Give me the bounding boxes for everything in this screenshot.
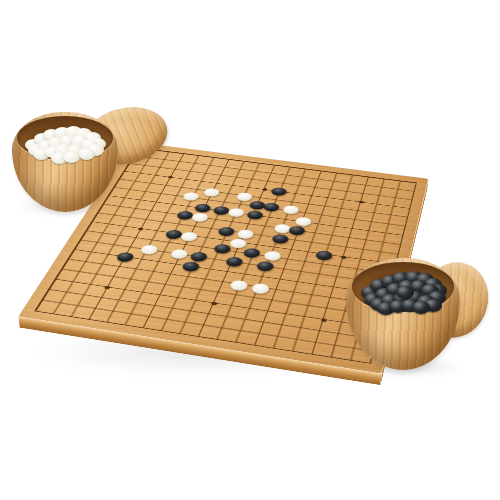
white-stone[interactable] xyxy=(202,188,220,198)
black-stone[interactable] xyxy=(246,210,265,220)
white-stone[interactable] xyxy=(295,216,313,226)
white-stone[interactable] xyxy=(282,205,300,215)
black-stone[interactable] xyxy=(315,250,334,261)
white-stone[interactable] xyxy=(250,282,270,294)
white-stone[interactable] xyxy=(236,229,255,240)
black-stone-in-bowl xyxy=(412,301,430,314)
white-stone[interactable] xyxy=(190,212,209,222)
star-point xyxy=(167,176,173,179)
star-point xyxy=(341,255,347,259)
goban-product-photo xyxy=(0,0,500,500)
black-stone[interactable] xyxy=(115,252,136,263)
black-stone[interactable] xyxy=(242,248,262,259)
white-stone[interactable] xyxy=(169,248,189,259)
black-stones-pile xyxy=(359,267,447,315)
black-stone[interactable] xyxy=(255,260,275,271)
star-point xyxy=(262,188,268,191)
black-stone[interactable] xyxy=(216,226,235,237)
star-point xyxy=(138,227,144,230)
black-stone[interactable] xyxy=(288,225,307,236)
black-stone[interactable] xyxy=(181,261,201,272)
black-stone[interactable] xyxy=(189,251,209,262)
white-stone-in-bowl xyxy=(78,148,95,160)
star-point xyxy=(321,318,327,322)
white-stones-pile xyxy=(25,122,105,162)
white-stone[interactable] xyxy=(182,192,201,202)
star-point xyxy=(210,302,217,306)
white-stone[interactable] xyxy=(235,192,253,202)
star-point xyxy=(104,286,111,290)
star-point xyxy=(359,200,364,203)
black-stone[interactable] xyxy=(262,202,280,212)
black-stone[interactable] xyxy=(193,203,212,213)
black-stone[interactable] xyxy=(212,244,232,255)
white-stone[interactable] xyxy=(229,238,248,249)
black-stone[interactable] xyxy=(224,256,244,267)
black-stone[interactable] xyxy=(270,187,288,197)
white-stone[interactable] xyxy=(139,244,159,255)
white-stone-in-bowl xyxy=(63,151,80,163)
white-stone[interactable] xyxy=(263,251,282,262)
black-stone[interactable] xyxy=(271,233,290,244)
white-stone[interactable] xyxy=(229,279,249,291)
